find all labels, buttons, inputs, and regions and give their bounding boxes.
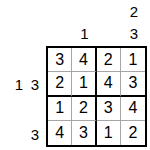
left-clue-outer-row2: 1 [15, 77, 23, 92]
top-clue-inner-col2: 1 [80, 26, 88, 41]
grid-cell-r3c3[interactable]: 3 [97, 97, 121, 121]
grid-cell-r2c4[interactable]: 3 [121, 72, 145, 96]
grid-cell-r1c4[interactable]: 1 [121, 48, 145, 72]
puzzle-canvas: 3421214312344312 213133 [0, 0, 150, 150]
grid-cell-r4c1[interactable]: 4 [48, 121, 72, 145]
grid-cell-r4c2[interactable]: 3 [72, 121, 96, 145]
top-clue-inner-col4: 3 [130, 26, 138, 41]
grid-cell-r3c2[interactable]: 2 [72, 97, 96, 121]
sudoku-board: 3421214312344312 [46, 46, 147, 147]
top-clue-outer-col4: 2 [130, 4, 138, 19]
grid-cell-r1c2[interactable]: 4 [72, 48, 96, 72]
grid-cell-r1c1[interactable]: 3 [48, 48, 72, 72]
grid-cell-r4c3[interactable]: 1 [97, 121, 121, 145]
grid-cell-r2c2[interactable]: 1 [72, 72, 96, 96]
left-clue-inner-row4: 3 [31, 127, 39, 142]
grid-cell-r1c3[interactable]: 2 [97, 48, 121, 72]
grid-cell-r2c3[interactable]: 4 [97, 72, 121, 96]
grid-cell-r3c1[interactable]: 1 [48, 97, 72, 121]
grid-cell-r3c4[interactable]: 4 [121, 97, 145, 121]
grid-cell-r4c4[interactable]: 2 [121, 121, 145, 145]
left-clue-inner-row2: 3 [31, 77, 39, 92]
grid-cell-r2c1[interactable]: 2 [48, 72, 72, 96]
